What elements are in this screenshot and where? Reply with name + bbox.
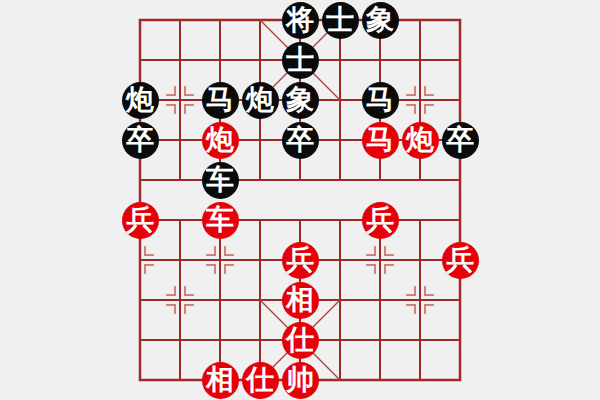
pieces-layer: 将士象士炮马炮象马卒炮卒马炮卒车兵车兵兵兵相仕相仕帅 bbox=[120, 0, 480, 400]
piece-black-elephant[interactable]: 象 bbox=[282, 82, 319, 119]
piece-black-soldier[interactable]: 卒 bbox=[282, 122, 319, 159]
piece-red-soldier[interactable]: 兵 bbox=[442, 242, 479, 279]
xiangqi-board[interactable]: 将士象士炮马炮象马卒炮卒马炮卒车兵车兵兵兵相仕相仕帅 bbox=[0, 0, 600, 400]
piece-red-soldier[interactable]: 兵 bbox=[282, 242, 319, 279]
piece-black-horse[interactable]: 马 bbox=[362, 82, 399, 119]
piece-red-horse[interactable]: 马 bbox=[362, 122, 399, 159]
piece-red-advisor[interactable]: 仕 bbox=[242, 362, 279, 399]
piece-red-elephant[interactable]: 相 bbox=[202, 362, 239, 399]
piece-black-soldier[interactable]: 卒 bbox=[122, 122, 159, 159]
piece-black-advisor[interactable]: 士 bbox=[322, 2, 359, 39]
piece-black-general[interactable]: 将 bbox=[282, 2, 319, 39]
piece-red-cannon[interactable]: 炮 bbox=[402, 122, 439, 159]
piece-red-advisor[interactable]: 仕 bbox=[282, 322, 319, 359]
piece-red-soldier[interactable]: 兵 bbox=[362, 202, 399, 239]
piece-red-soldier[interactable]: 兵 bbox=[122, 202, 159, 239]
piece-black-soldier[interactable]: 卒 bbox=[442, 122, 479, 159]
piece-red-general[interactable]: 帅 bbox=[282, 362, 319, 399]
piece-black-elephant[interactable]: 象 bbox=[362, 2, 399, 39]
piece-black-horse[interactable]: 马 bbox=[202, 82, 239, 119]
piece-black-chariot[interactable]: 车 bbox=[202, 162, 239, 199]
piece-black-advisor[interactable]: 士 bbox=[282, 42, 319, 79]
piece-red-cannon[interactable]: 炮 bbox=[202, 122, 239, 159]
piece-red-elephant[interactable]: 相 bbox=[282, 282, 319, 319]
piece-black-cannon[interactable]: 炮 bbox=[122, 82, 159, 119]
piece-red-chariot[interactable]: 车 bbox=[202, 202, 239, 239]
piece-black-cannon[interactable]: 炮 bbox=[242, 82, 279, 119]
